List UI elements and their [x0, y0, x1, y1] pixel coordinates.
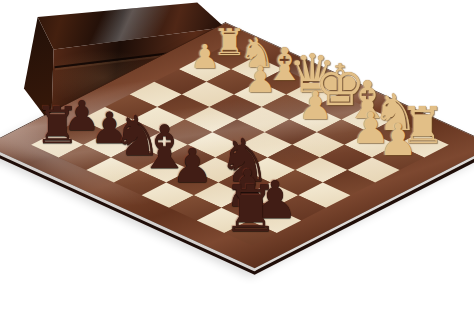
piece-light-pawn-c7[interactable]: ♟ [244, 63, 276, 99]
piece-dark-rook-a1[interactable]: ♜ [34, 100, 80, 151]
piece-light-pawn-h7[interactable]: ♟ [378, 119, 417, 163]
piece-light-pawn-e7[interactable]: ♟ [298, 85, 333, 124]
chess-set-photo: ♜♞♝♛♚♝♞♜♟♟♟♟♟♞♟♟♞♝♟♟♟♜♜ [0, 0, 474, 315]
piece-dark-rook-h1[interactable]: ♜ [222, 177, 279, 241]
piece-dark-pawn-e2[interactable]: ♟ [171, 141, 213, 188]
piece-light-pawn-a7[interactable]: ♟ [190, 40, 220, 73]
